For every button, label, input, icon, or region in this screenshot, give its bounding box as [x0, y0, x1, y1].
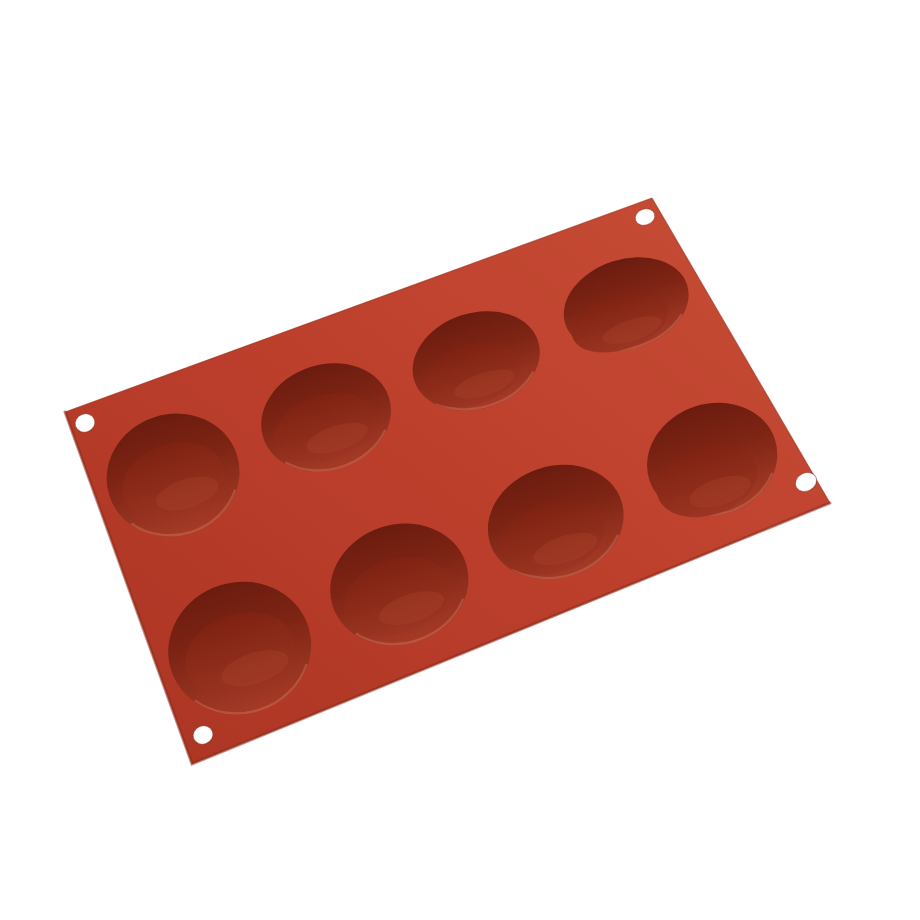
mold-photo-svg	[0, 0, 920, 920]
product-photo	[0, 0, 920, 920]
